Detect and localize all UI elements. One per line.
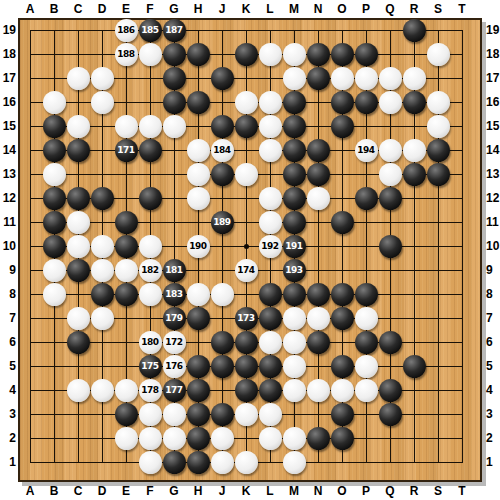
stone-G8[interactable]: 183 bbox=[163, 283, 186, 306]
move-number-label: 184 bbox=[213, 146, 230, 155]
stone-M11[interactable] bbox=[283, 211, 306, 234]
stone-O18[interactable] bbox=[331, 43, 354, 66]
column-label-bottom: T bbox=[450, 483, 474, 499]
column-label-top: P bbox=[354, 1, 378, 17]
stone-Q17[interactable] bbox=[379, 67, 402, 90]
stone-F10[interactable] bbox=[139, 235, 162, 258]
move-number-label: 175 bbox=[141, 362, 158, 371]
stone-N8[interactable] bbox=[307, 283, 330, 306]
stone-K4[interactable] bbox=[235, 379, 258, 402]
stone-O16[interactable] bbox=[331, 91, 354, 114]
stone-F3[interactable] bbox=[139, 403, 162, 426]
move-number-label: 174 bbox=[237, 266, 254, 275]
stone-L12[interactable] bbox=[259, 187, 282, 210]
column-label-bottom: N bbox=[306, 483, 330, 499]
stone-N7[interactable] bbox=[307, 307, 330, 330]
stone-S16[interactable] bbox=[427, 91, 450, 114]
column-label-top: K bbox=[234, 1, 258, 17]
stone-K16[interactable] bbox=[235, 91, 258, 114]
column-label-bottom: S bbox=[426, 483, 450, 499]
stone-S15[interactable] bbox=[427, 115, 450, 138]
move-number-label: 178 bbox=[141, 386, 158, 395]
stone-K6[interactable] bbox=[235, 331, 258, 354]
stone-C6[interactable] bbox=[67, 331, 90, 354]
stone-Q3[interactable] bbox=[379, 403, 402, 426]
stone-F8[interactable] bbox=[139, 283, 162, 306]
row-label-left: 4 bbox=[0, 382, 16, 398]
stone-F1[interactable] bbox=[139, 451, 162, 474]
stone-J1[interactable] bbox=[211, 451, 234, 474]
stone-P7[interactable] bbox=[355, 307, 378, 330]
stone-B14[interactable] bbox=[43, 139, 66, 162]
stone-F4[interactable]: 178 bbox=[139, 379, 162, 402]
stone-M18[interactable] bbox=[283, 43, 306, 66]
stone-G6[interactable]: 172 bbox=[163, 331, 186, 354]
row-label-left: 14 bbox=[0, 142, 16, 158]
row-label-right: 11 bbox=[486, 214, 500, 230]
row-label-right: 18 bbox=[486, 46, 500, 62]
stone-N12[interactable] bbox=[307, 187, 330, 210]
row-label-right: 15 bbox=[486, 118, 500, 134]
stone-E14[interactable]: 171 bbox=[115, 139, 138, 162]
stone-B15[interactable] bbox=[43, 115, 66, 138]
stone-R5[interactable] bbox=[403, 355, 426, 378]
stone-F9[interactable]: 182 bbox=[139, 259, 162, 282]
column-label-bottom: C bbox=[66, 483, 90, 499]
stone-M16[interactable] bbox=[283, 91, 306, 114]
stone-Q12[interactable] bbox=[379, 187, 402, 210]
stone-P6[interactable] bbox=[355, 331, 378, 354]
stone-M2[interactable] bbox=[283, 427, 306, 450]
stone-H14[interactable] bbox=[187, 139, 210, 162]
row-label-left: 9 bbox=[0, 262, 16, 278]
stone-K5[interactable] bbox=[235, 355, 258, 378]
row-label-right: 10 bbox=[486, 238, 500, 254]
stone-L4[interactable] bbox=[259, 379, 282, 402]
go-board: AABBCCDDEEFFGGHHJJKKLLMMNNOOPPQQRRSSTT19… bbox=[0, 0, 500, 500]
move-number-label: 173 bbox=[237, 314, 254, 323]
stone-F19[interactable]: 185 bbox=[139, 19, 162, 42]
stone-M5[interactable] bbox=[283, 355, 306, 378]
stone-R14[interactable] bbox=[403, 139, 426, 162]
stone-H12[interactable] bbox=[187, 187, 210, 210]
move-number-label: 191 bbox=[285, 242, 302, 251]
stone-P17[interactable] bbox=[355, 67, 378, 90]
column-label-top: O bbox=[330, 1, 354, 17]
column-label-top: Q bbox=[378, 1, 402, 17]
stone-J2[interactable] bbox=[211, 427, 234, 450]
stone-N13[interactable] bbox=[307, 163, 330, 186]
row-label-left: 13 bbox=[0, 166, 16, 182]
column-label-bottom: M bbox=[282, 483, 306, 499]
move-number-label: 180 bbox=[141, 338, 158, 347]
move-number-label: 186 bbox=[117, 26, 134, 35]
stone-O8[interactable] bbox=[331, 283, 354, 306]
move-number-label: 182 bbox=[141, 266, 158, 275]
stone-L16[interactable] bbox=[259, 91, 282, 114]
stone-M6[interactable] bbox=[283, 331, 306, 354]
stone-K18[interactable] bbox=[235, 43, 258, 66]
stone-R13[interactable] bbox=[403, 163, 426, 186]
stone-O7[interactable] bbox=[331, 307, 354, 330]
stone-D7[interactable] bbox=[91, 307, 114, 330]
column-label-bottom: B bbox=[42, 483, 66, 499]
stone-C17[interactable] bbox=[67, 67, 90, 90]
row-label-left: 8 bbox=[0, 286, 16, 302]
stone-C9[interactable] bbox=[67, 259, 90, 282]
stone-E3[interactable] bbox=[115, 403, 138, 426]
stone-E10[interactable] bbox=[115, 235, 138, 258]
stone-Q6[interactable] bbox=[379, 331, 402, 354]
stone-P5[interactable] bbox=[355, 355, 378, 378]
move-number-label: 193 bbox=[285, 266, 302, 275]
column-label-bottom: P bbox=[354, 483, 378, 499]
stone-K13[interactable] bbox=[235, 163, 258, 186]
move-number-label: 183 bbox=[165, 290, 182, 299]
stone-D9[interactable] bbox=[91, 259, 114, 282]
stone-Q10[interactable] bbox=[379, 235, 402, 258]
stone-P8[interactable] bbox=[355, 283, 378, 306]
stone-O5[interactable] bbox=[331, 355, 354, 378]
stone-G15[interactable] bbox=[163, 115, 186, 138]
row-label-right: 5 bbox=[486, 358, 500, 374]
row-label-left: 5 bbox=[0, 358, 16, 374]
stone-O17[interactable] bbox=[331, 67, 354, 90]
stone-H13[interactable] bbox=[187, 163, 210, 186]
stone-J3[interactable] bbox=[211, 403, 234, 426]
stone-R19[interactable] bbox=[403, 19, 426, 42]
row-label-right: 1 bbox=[486, 454, 500, 470]
column-label-top: A bbox=[18, 1, 42, 17]
stone-P14[interactable]: 194 bbox=[355, 139, 378, 162]
row-label-left: 17 bbox=[0, 70, 16, 86]
row-label-left: 15 bbox=[0, 118, 16, 134]
stone-N17[interactable] bbox=[307, 67, 330, 90]
stone-Q16[interactable] bbox=[379, 91, 402, 114]
stone-N4[interactable] bbox=[307, 379, 330, 402]
column-label-top: L bbox=[258, 1, 282, 17]
stone-O15[interactable] bbox=[331, 115, 354, 138]
stone-J14[interactable]: 184 bbox=[211, 139, 234, 162]
row-label-right: 4 bbox=[486, 382, 500, 398]
stone-B13[interactable] bbox=[43, 163, 66, 186]
stone-M10[interactable]: 191 bbox=[283, 235, 306, 258]
column-label-bottom: Q bbox=[378, 483, 402, 499]
stone-J8[interactable] bbox=[211, 283, 234, 306]
stone-H4[interactable] bbox=[187, 379, 210, 402]
stone-Q4[interactable] bbox=[379, 379, 402, 402]
stone-E9[interactable] bbox=[115, 259, 138, 282]
stone-P12[interactable] bbox=[355, 187, 378, 210]
stone-R17[interactable] bbox=[403, 67, 426, 90]
stone-E4[interactable] bbox=[115, 379, 138, 402]
stone-N6[interactable] bbox=[307, 331, 330, 354]
row-label-right: 13 bbox=[486, 166, 500, 182]
stone-P18[interactable] bbox=[355, 43, 378, 66]
stone-L8[interactable] bbox=[259, 283, 282, 306]
stone-P4[interactable] bbox=[355, 379, 378, 402]
stone-E11[interactable] bbox=[115, 211, 138, 234]
column-label-bottom: G bbox=[162, 483, 186, 499]
stone-M15[interactable] bbox=[283, 115, 306, 138]
column-label-top: M bbox=[282, 1, 306, 17]
row-label-left: 12 bbox=[0, 190, 16, 206]
row-label-right: 19 bbox=[486, 22, 500, 38]
stone-C4[interactable] bbox=[67, 379, 90, 402]
stone-G4[interactable]: 177 bbox=[163, 379, 186, 402]
stone-L14[interactable] bbox=[259, 139, 282, 162]
stone-S14[interactable] bbox=[427, 139, 450, 162]
stone-H5[interactable] bbox=[187, 355, 210, 378]
stone-B9[interactable] bbox=[43, 259, 66, 282]
column-label-top: S bbox=[426, 1, 450, 17]
stone-E2[interactable] bbox=[115, 427, 138, 450]
stone-O4[interactable] bbox=[331, 379, 354, 402]
stone-J11[interactable]: 189 bbox=[211, 211, 234, 234]
stone-L11[interactable] bbox=[259, 211, 282, 234]
stone-B10[interactable] bbox=[43, 235, 66, 258]
move-number-label: 172 bbox=[165, 338, 182, 347]
stone-C10[interactable] bbox=[67, 235, 90, 258]
stone-N14[interactable] bbox=[307, 139, 330, 162]
grid-line-horizontal bbox=[30, 438, 463, 439]
stone-H16[interactable] bbox=[187, 91, 210, 114]
stone-R16[interactable] bbox=[403, 91, 426, 114]
column-label-bottom: R bbox=[402, 483, 426, 499]
row-label-left: 2 bbox=[0, 430, 16, 446]
stone-K9[interactable]: 174 bbox=[235, 259, 258, 282]
stone-M1[interactable] bbox=[283, 451, 306, 474]
row-label-left: 16 bbox=[0, 94, 16, 110]
stone-M17[interactable] bbox=[283, 67, 306, 90]
stone-C11[interactable] bbox=[67, 211, 90, 234]
stone-H10[interactable]: 190 bbox=[187, 235, 210, 258]
stone-C15[interactable] bbox=[67, 115, 90, 138]
column-label-top: F bbox=[138, 1, 162, 17]
move-number-label: 189 bbox=[213, 218, 230, 227]
stone-F18[interactable] bbox=[139, 43, 162, 66]
column-label-top: T bbox=[450, 1, 474, 17]
stone-J15[interactable] bbox=[211, 115, 234, 138]
row-label-left: 6 bbox=[0, 334, 16, 350]
stone-G17[interactable] bbox=[163, 67, 186, 90]
column-label-bottom: F bbox=[138, 483, 162, 499]
row-label-right: 6 bbox=[486, 334, 500, 350]
stone-J6[interactable] bbox=[211, 331, 234, 354]
column-label-top: G bbox=[162, 1, 186, 17]
stone-E19[interactable]: 186 bbox=[115, 19, 138, 42]
stone-C14[interactable] bbox=[67, 139, 90, 162]
stone-O2[interactable] bbox=[331, 427, 354, 450]
row-label-left: 7 bbox=[0, 310, 16, 326]
stone-G9[interactable]: 181 bbox=[163, 259, 186, 282]
stone-D17[interactable] bbox=[91, 67, 114, 90]
row-label-right: 9 bbox=[486, 262, 500, 278]
star-point bbox=[244, 244, 249, 249]
stone-D10[interactable] bbox=[91, 235, 114, 258]
row-label-left: 18 bbox=[0, 46, 16, 62]
stone-L15[interactable] bbox=[259, 115, 282, 138]
stone-K7[interactable]: 173 bbox=[235, 307, 258, 330]
row-label-right: 14 bbox=[486, 142, 500, 158]
stone-J13[interactable] bbox=[211, 163, 234, 186]
stone-M12[interactable] bbox=[283, 187, 306, 210]
stone-S18[interactable] bbox=[427, 43, 450, 66]
row-label-right: 7 bbox=[486, 310, 500, 326]
row-label-right: 16 bbox=[486, 94, 500, 110]
stone-M14[interactable] bbox=[283, 139, 306, 162]
stone-Q14[interactable] bbox=[379, 139, 402, 162]
stone-N18[interactable] bbox=[307, 43, 330, 66]
stone-L7[interactable] bbox=[259, 307, 282, 330]
stone-M8[interactable] bbox=[283, 283, 306, 306]
row-label-left: 1 bbox=[0, 454, 16, 470]
stone-C12[interactable] bbox=[67, 187, 90, 210]
stone-Q13[interactable] bbox=[379, 163, 402, 186]
stone-H8[interactable] bbox=[187, 283, 210, 306]
move-number-label: 181 bbox=[165, 266, 182, 275]
row-label-left: 11 bbox=[0, 214, 16, 230]
stone-M7[interactable] bbox=[283, 307, 306, 330]
stone-S13[interactable] bbox=[427, 163, 450, 186]
move-number-label: 188 bbox=[117, 50, 134, 59]
column-label-top: E bbox=[114, 1, 138, 17]
stone-E18[interactable]: 188 bbox=[115, 43, 138, 66]
stone-D12[interactable] bbox=[91, 187, 114, 210]
stone-P16[interactable] bbox=[355, 91, 378, 114]
stone-G19[interactable]: 187 bbox=[163, 19, 186, 42]
stone-H1[interactable] bbox=[187, 451, 210, 474]
stone-D8[interactable] bbox=[91, 283, 114, 306]
stone-E8[interactable] bbox=[115, 283, 138, 306]
column-label-top: C bbox=[66, 1, 90, 17]
move-number-label: 171 bbox=[117, 146, 134, 155]
row-label-left: 19 bbox=[0, 22, 16, 38]
stone-O11[interactable] bbox=[331, 211, 354, 234]
column-label-top: R bbox=[402, 1, 426, 17]
column-label-top: N bbox=[306, 1, 330, 17]
row-label-right: 8 bbox=[486, 286, 500, 302]
column-label-bottom: D bbox=[90, 483, 114, 499]
grid-line-vertical bbox=[462, 30, 463, 463]
move-number-label: 190 bbox=[189, 242, 206, 251]
stone-G5[interactable]: 176 bbox=[163, 355, 186, 378]
column-label-top: D bbox=[90, 1, 114, 17]
stone-B16[interactable] bbox=[43, 91, 66, 114]
stone-H18[interactable] bbox=[187, 43, 210, 66]
stone-H2[interactable] bbox=[187, 427, 210, 450]
stone-B12[interactable] bbox=[43, 187, 66, 210]
move-number-label: 192 bbox=[261, 242, 278, 251]
stone-L6[interactable] bbox=[259, 331, 282, 354]
move-number-label: 176 bbox=[165, 362, 182, 371]
row-label-right: 2 bbox=[486, 430, 500, 446]
stone-C7[interactable] bbox=[67, 307, 90, 330]
stone-G16[interactable] bbox=[163, 91, 186, 114]
stone-G7[interactable]: 179 bbox=[163, 307, 186, 330]
stone-F5[interactable]: 175 bbox=[139, 355, 162, 378]
stone-G3[interactable] bbox=[163, 403, 186, 426]
stone-J5[interactable] bbox=[211, 355, 234, 378]
stone-L10[interactable]: 192 bbox=[259, 235, 282, 258]
stone-J17[interactable] bbox=[211, 67, 234, 90]
column-label-top: B bbox=[42, 1, 66, 17]
move-number-label: 187 bbox=[165, 26, 182, 35]
move-number-label: 194 bbox=[357, 146, 374, 155]
stone-D16[interactable] bbox=[91, 91, 114, 114]
stone-D4[interactable] bbox=[91, 379, 114, 402]
move-number-label: 177 bbox=[165, 386, 182, 395]
stone-G18[interactable] bbox=[163, 43, 186, 66]
stone-L2[interactable] bbox=[259, 427, 282, 450]
stone-E15[interactable] bbox=[115, 115, 138, 138]
stone-F14[interactable] bbox=[139, 139, 162, 162]
stone-F15[interactable] bbox=[139, 115, 162, 138]
stone-M4[interactable] bbox=[283, 379, 306, 402]
row-label-right: 3 bbox=[486, 406, 500, 422]
stone-G2[interactable] bbox=[163, 427, 186, 450]
stone-L3[interactable] bbox=[259, 403, 282, 426]
column-label-bottom: A bbox=[18, 483, 42, 499]
stone-K3[interactable] bbox=[235, 403, 258, 426]
column-label-bottom: H bbox=[186, 483, 210, 499]
stone-G1[interactable] bbox=[163, 451, 186, 474]
row-label-right: 12 bbox=[486, 190, 500, 206]
column-label-top: H bbox=[186, 1, 210, 17]
stone-N2[interactable] bbox=[307, 427, 330, 450]
stone-M9[interactable]: 193 bbox=[283, 259, 306, 282]
stone-F6[interactable]: 180 bbox=[139, 331, 162, 354]
stone-O3[interactable] bbox=[331, 403, 354, 426]
stone-L18[interactable] bbox=[259, 43, 282, 66]
stone-F12[interactable] bbox=[139, 187, 162, 210]
column-label-top: J bbox=[210, 1, 234, 17]
stone-K1[interactable] bbox=[235, 451, 258, 474]
column-label-bottom: K bbox=[234, 483, 258, 499]
stone-H7[interactable] bbox=[187, 307, 210, 330]
column-label-bottom: E bbox=[114, 483, 138, 499]
row-label-left: 10 bbox=[0, 238, 16, 254]
row-label-left: 3 bbox=[0, 406, 16, 422]
row-label-right: 17 bbox=[486, 70, 500, 86]
stone-M13[interactable] bbox=[283, 163, 306, 186]
column-label-bottom: L bbox=[258, 483, 282, 499]
stone-B11[interactable] bbox=[43, 211, 66, 234]
stone-F2[interactable] bbox=[139, 427, 162, 450]
stone-B8[interactable] bbox=[43, 283, 66, 306]
column-label-bottom: J bbox=[210, 483, 234, 499]
stone-K15[interactable] bbox=[235, 115, 258, 138]
move-number-label: 185 bbox=[141, 26, 158, 35]
stone-L5[interactable] bbox=[259, 355, 282, 378]
move-number-label: 179 bbox=[165, 314, 182, 323]
column-label-bottom: O bbox=[330, 483, 354, 499]
stone-H3[interactable] bbox=[187, 403, 210, 426]
